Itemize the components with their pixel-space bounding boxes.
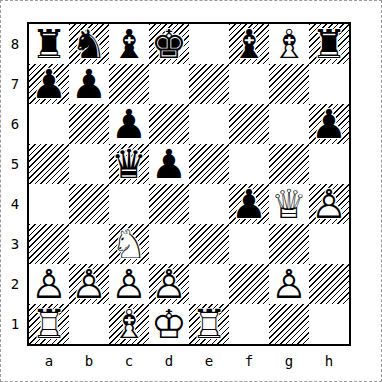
black-king-glyph: ♚ — [151, 24, 187, 64]
black-pawn-d5[interactable]: ♟♟ — [149, 144, 189, 184]
square-f6[interactable] — [229, 104, 269, 144]
square-a1[interactable]: ♜♖ — [29, 304, 69, 344]
square-c1[interactable]: ♝♗ — [109, 304, 149, 344]
square-d6[interactable] — [149, 104, 189, 144]
white-queen-g4[interactable]: ♛♕ — [269, 184, 309, 224]
square-h6[interactable]: ♟♟ — [309, 104, 349, 144]
black-knight-glyph: ♞ — [71, 24, 107, 64]
white-pawn-d2[interactable]: ♟♙ — [149, 264, 189, 304]
square-b2[interactable]: ♟♙ — [69, 264, 109, 304]
square-b8[interactable]: ♞♞ — [69, 24, 109, 64]
square-e5[interactable] — [189, 144, 229, 184]
rank-label-5: 5 — [5, 144, 25, 184]
rank-label-1: 1 — [5, 304, 25, 344]
square-g7[interactable] — [269, 64, 309, 104]
white-pawn-b2[interactable]: ♟♙ — [69, 264, 109, 304]
square-e7[interactable] — [189, 64, 229, 104]
white-pawn-c2[interactable]: ♟♙ — [109, 264, 149, 304]
square-c3[interactable]: ♞♘ — [109, 224, 149, 264]
square-e8[interactable] — [189, 24, 229, 64]
black-queen-c5[interactable]: ♛♛ — [109, 144, 149, 184]
square-e6[interactable] — [189, 104, 229, 144]
white-bishop-c1[interactable]: ♝♗ — [109, 304, 149, 344]
white-pawn-glyph: ♙ — [311, 184, 347, 224]
file-label-e: e — [189, 351, 229, 371]
black-pawn-glyph: ♟ — [231, 184, 267, 224]
square-c8[interactable]: ♝♝ — [109, 24, 149, 64]
square-h8[interactable]: ♜♜ — [309, 24, 349, 64]
square-c5[interactable]: ♛♛ — [109, 144, 149, 184]
black-bishop-f8[interactable]: ♝♝ — [229, 24, 269, 64]
white-pawn-glyph: ♙ — [71, 264, 107, 304]
chess-board: ♜♜♞♞♝♝♚♚♝♝♝♗♜♜♟♟♟♟♟♟♟♟♛♛♟♟♟♟♛♕♟♙♞♘♟♙♟♙♟♙… — [27, 22, 351, 346]
black-pawn-glyph: ♟ — [31, 64, 67, 104]
white-rook-glyph: ♖ — [31, 304, 67, 344]
file-label-a: a — [29, 351, 69, 371]
black-pawn-glyph: ♟ — [311, 104, 347, 144]
square-e1[interactable]: ♜♖ — [189, 304, 229, 344]
white-bishop-g8[interactable]: ♝♗ — [269, 24, 309, 64]
square-f2[interactable] — [229, 264, 269, 304]
square-a8[interactable]: ♜♜ — [29, 24, 69, 64]
square-c4[interactable] — [109, 184, 149, 224]
square-f5[interactable] — [229, 144, 269, 184]
file-label-b: b — [69, 351, 109, 371]
white-knight-glyph: ♘ — [111, 224, 147, 264]
square-d7[interactable] — [149, 64, 189, 104]
white-pawn-glyph: ♙ — [151, 264, 187, 304]
square-g8[interactable]: ♝♗ — [269, 24, 309, 64]
square-h4[interactable]: ♟♙ — [309, 184, 349, 224]
square-a3[interactable] — [29, 224, 69, 264]
square-d4[interactable] — [149, 184, 189, 224]
square-d3[interactable] — [149, 224, 189, 264]
white-pawn-g2[interactable]: ♟♙ — [269, 264, 309, 304]
square-h5[interactable] — [309, 144, 349, 184]
square-g6[interactable] — [269, 104, 309, 144]
square-c7[interactable] — [109, 64, 149, 104]
rank-label-6: 6 — [5, 104, 25, 144]
square-f1[interactable] — [229, 304, 269, 344]
white-bishop-glyph: ♗ — [271, 24, 307, 64]
black-rook-glyph: ♜ — [31, 24, 67, 64]
rank-label-2: 2 — [5, 264, 25, 304]
square-f8[interactable]: ♝♝ — [229, 24, 269, 64]
square-g2[interactable]: ♟♙ — [269, 264, 309, 304]
square-g3[interactable] — [269, 224, 309, 264]
square-g1[interactable] — [269, 304, 309, 344]
square-d5[interactable]: ♟♟ — [149, 144, 189, 184]
file-label-h: h — [309, 351, 349, 371]
square-h1[interactable] — [309, 304, 349, 344]
square-h2[interactable] — [309, 264, 349, 304]
rank-label-3: 3 — [5, 224, 25, 264]
square-f4[interactable]: ♟♟ — [229, 184, 269, 224]
rank-label-4: 4 — [5, 184, 25, 224]
square-e3[interactable] — [189, 224, 229, 264]
square-f3[interactable] — [229, 224, 269, 264]
file-label-g: g — [269, 351, 309, 371]
square-h7[interactable] — [309, 64, 349, 104]
rank-label-7: 7 — [5, 64, 25, 104]
black-bishop-c8[interactable]: ♝♝ — [109, 24, 149, 64]
square-e4[interactable] — [189, 184, 229, 224]
square-d1[interactable]: ♚♔ — [149, 304, 189, 344]
square-c2[interactable]: ♟♙ — [109, 264, 149, 304]
black-queen-glyph: ♛ — [111, 144, 147, 184]
black-pawn-glyph: ♟ — [111, 104, 147, 144]
white-queen-glyph: ♕ — [271, 184, 307, 224]
square-h3[interactable] — [309, 224, 349, 264]
black-pawn-b7[interactable]: ♟♟ — [69, 64, 109, 104]
square-g4[interactable]: ♛♕ — [269, 184, 309, 224]
square-a7[interactable]: ♟♟ — [29, 64, 69, 104]
black-knight-b8[interactable]: ♞♞ — [69, 24, 109, 64]
square-d2[interactable]: ♟♙ — [149, 264, 189, 304]
black-rook-glyph: ♜ — [311, 24, 347, 64]
square-c6[interactable]: ♟♟ — [109, 104, 149, 144]
square-b7[interactable]: ♟♟ — [69, 64, 109, 104]
square-e2[interactable] — [189, 264, 229, 304]
black-pawn-h6[interactable]: ♟♟ — [309, 104, 349, 144]
black-pawn-f4[interactable]: ♟♟ — [229, 184, 269, 224]
white-king-d1[interactable]: ♚♔ — [149, 304, 189, 344]
square-b1[interactable] — [69, 304, 109, 344]
black-rook-a8[interactable]: ♜♜ — [29, 24, 69, 64]
black-bishop-glyph: ♝ — [231, 24, 267, 64]
square-b6[interactable] — [69, 104, 109, 144]
square-a6[interactable] — [29, 104, 69, 144]
black-rook-h8[interactable]: ♜♜ — [309, 24, 349, 64]
file-label-d: d — [149, 351, 189, 371]
square-a4[interactable] — [29, 184, 69, 224]
file-label-f: f — [229, 351, 269, 371]
black-pawn-glyph: ♟ — [151, 144, 187, 184]
white-rook-a1[interactable]: ♜♖ — [29, 304, 69, 344]
black-pawn-a7[interactable]: ♟♟ — [29, 64, 69, 104]
file-label-c: c — [109, 351, 149, 371]
white-pawn-glyph: ♙ — [271, 264, 307, 304]
black-pawn-glyph: ♟ — [71, 64, 107, 104]
white-pawn-h4[interactable]: ♟♙ — [309, 184, 349, 224]
square-d8[interactable]: ♚♚ — [149, 24, 189, 64]
black-king-d8[interactable]: ♚♚ — [149, 24, 189, 64]
white-rook-glyph: ♖ — [191, 304, 227, 344]
square-b3[interactable] — [69, 224, 109, 264]
white-knight-c3[interactable]: ♞♘ — [109, 224, 149, 264]
rank-label-8: 8 — [5, 24, 25, 64]
black-bishop-glyph: ♝ — [111, 24, 147, 64]
black-pawn-c6[interactable]: ♟♟ — [109, 104, 149, 144]
white-rook-e1[interactable]: ♜♖ — [189, 304, 229, 344]
white-pawn-glyph: ♙ — [31, 264, 67, 304]
square-a2[interactable]: ♟♙ — [29, 264, 69, 304]
white-bishop-glyph: ♗ — [111, 304, 147, 344]
white-pawn-a2[interactable]: ♟♙ — [29, 264, 69, 304]
white-king-glyph: ♔ — [151, 304, 187, 344]
square-b4[interactable] — [69, 184, 109, 224]
square-f7[interactable] — [229, 64, 269, 104]
square-a5[interactable] — [29, 144, 69, 184]
white-pawn-glyph: ♙ — [111, 264, 147, 304]
square-g5[interactable] — [269, 144, 309, 184]
square-b5[interactable] — [69, 144, 109, 184]
